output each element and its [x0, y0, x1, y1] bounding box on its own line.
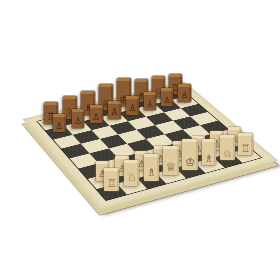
board-playing-area	[36, 87, 262, 201]
chess-set-photo: ♖♘♗♕♔♗♘♖♙♙♙♙♙♙♙♙♙♙♙♙♙♙♙♙♖♘♗♕♔♗♘♖	[0, 0, 280, 280]
chess-board	[22, 81, 278, 210]
